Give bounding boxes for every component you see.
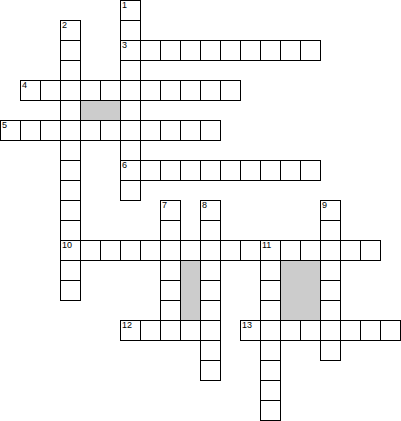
grid-cell[interactable] [260, 320, 281, 341]
grid-cell[interactable] [360, 240, 381, 261]
grid-cell[interactable] [60, 80, 81, 101]
grid-cell[interactable] [200, 300, 221, 321]
grid-cell[interactable] [140, 120, 161, 141]
grid-cell[interactable] [60, 220, 81, 241]
grid-cell[interactable] [160, 240, 181, 261]
shaded-block [180, 260, 201, 321]
grid-cell[interactable] [120, 0, 141, 21]
grid-cell[interactable] [200, 220, 221, 241]
grid-cell[interactable] [40, 80, 61, 101]
grid-cell[interactable] [60, 260, 81, 281]
grid-cell[interactable] [180, 240, 201, 261]
grid-cell[interactable] [240, 240, 261, 261]
grid-cell[interactable] [80, 80, 101, 101]
grid-cell[interactable] [20, 80, 41, 101]
grid-cell[interactable] [160, 300, 181, 321]
grid-cell[interactable] [160, 40, 181, 61]
grid-cell[interactable] [200, 260, 221, 281]
grid-cell[interactable] [40, 120, 61, 141]
shaded-block [280, 260, 321, 321]
grid-cell[interactable] [200, 360, 221, 381]
grid-cell[interactable] [200, 240, 221, 261]
grid-cell[interactable] [60, 200, 81, 221]
grid-cell[interactable] [200, 340, 221, 361]
grid-cell[interactable] [220, 240, 241, 261]
grid-cell[interactable] [200, 320, 221, 341]
grid-cell[interactable] [120, 160, 141, 181]
grid-cell[interactable] [240, 320, 261, 341]
grid-cell[interactable] [300, 240, 321, 261]
grid-cell[interactable] [300, 40, 321, 61]
grid-cell[interactable] [260, 160, 281, 181]
grid-cell[interactable] [20, 120, 41, 141]
grid-cell[interactable] [280, 40, 301, 61]
grid-cell[interactable] [200, 200, 221, 221]
grid-cell[interactable] [160, 260, 181, 281]
grid-cell[interactable] [160, 220, 181, 241]
grid-cell[interactable] [80, 240, 101, 261]
grid-cell[interactable] [120, 120, 141, 141]
grid-cell[interactable] [380, 320, 401, 341]
grid-cell[interactable] [120, 100, 141, 121]
grid-cell[interactable] [220, 40, 241, 61]
grid-cell[interactable] [300, 160, 321, 181]
grid-cell[interactable] [300, 320, 321, 341]
grid-cell[interactable] [140, 160, 161, 181]
grid-cell[interactable] [160, 120, 181, 141]
grid-cell[interactable] [200, 160, 221, 181]
grid-cell[interactable] [240, 160, 261, 181]
grid-cell[interactable] [260, 400, 281, 421]
grid-cell[interactable] [180, 120, 201, 141]
shaded-block [80, 100, 121, 121]
grid-cell[interactable] [180, 40, 201, 61]
grid-cell[interactable] [60, 280, 81, 301]
grid-cell[interactable] [200, 280, 221, 301]
grid-cell[interactable] [320, 280, 341, 301]
grid-cell[interactable] [260, 40, 281, 61]
grid-cell[interactable] [160, 280, 181, 301]
grid-cell[interactable] [200, 120, 221, 141]
grid-cell[interactable] [260, 360, 281, 381]
grid-cell[interactable] [260, 380, 281, 401]
grid-cell[interactable] [320, 300, 341, 321]
grid-cell[interactable] [260, 240, 281, 261]
grid-cell[interactable] [100, 120, 121, 141]
grid-cell[interactable] [160, 80, 181, 101]
grid-cell[interactable] [320, 240, 341, 261]
grid-cell[interactable] [320, 260, 341, 281]
grid-cell[interactable] [140, 80, 161, 101]
grid-cell[interactable] [260, 340, 281, 361]
grid-cell[interactable] [120, 320, 141, 341]
grid-cell[interactable] [60, 120, 81, 141]
grid-cell[interactable] [100, 240, 121, 261]
grid-cell[interactable] [120, 180, 141, 201]
grid-cell[interactable] [260, 280, 281, 301]
grid-cell[interactable] [60, 160, 81, 181]
grid-cell[interactable] [0, 120, 21, 141]
grid-cell[interactable] [120, 80, 141, 101]
grid-cell[interactable] [60, 180, 81, 201]
grid-cell[interactable] [220, 160, 241, 181]
grid-cell[interactable] [160, 160, 181, 181]
grid-cell[interactable] [320, 340, 341, 361]
grid-cell[interactable] [240, 40, 261, 61]
grid-cell[interactable] [60, 240, 81, 261]
grid-cell[interactable] [160, 320, 181, 341]
grid-cell[interactable] [120, 140, 141, 161]
grid-cell[interactable] [340, 320, 361, 341]
grid-cell[interactable] [140, 320, 161, 341]
grid-cell[interactable] [60, 100, 81, 121]
grid-cell[interactable] [120, 240, 141, 261]
grid-cell[interactable] [140, 40, 161, 61]
grid-cell[interactable] [180, 80, 201, 101]
grid-cell[interactable] [120, 60, 141, 81]
crossword-grid: 12345678910111213 [0, 0, 401, 421]
grid-cell[interactable] [320, 220, 341, 241]
grid-cell[interactable] [320, 320, 341, 341]
grid-cell[interactable] [160, 200, 181, 221]
grid-cell[interactable] [280, 160, 301, 181]
grid-cell[interactable] [280, 320, 301, 341]
grid-cell[interactable] [280, 240, 301, 261]
grid-cell[interactable] [60, 40, 81, 61]
grid-cell[interactable] [320, 200, 341, 221]
grid-cell[interactable] [180, 320, 201, 341]
grid-cell[interactable] [260, 300, 281, 321]
grid-cell[interactable] [60, 140, 81, 161]
grid-cell[interactable] [260, 260, 281, 281]
grid-cell[interactable] [140, 240, 161, 261]
grid-cell[interactable] [360, 320, 381, 341]
grid-cell[interactable] [340, 240, 361, 261]
grid-cell[interactable] [60, 20, 81, 41]
grid-cell[interactable] [120, 40, 141, 61]
grid-cell[interactable] [200, 80, 221, 101]
grid-cell[interactable] [220, 80, 241, 101]
grid-cell[interactable] [100, 80, 121, 101]
grid-cell[interactable] [180, 160, 201, 181]
grid-cell[interactable] [200, 40, 221, 61]
grid-cell[interactable] [80, 120, 101, 141]
grid-cell[interactable] [120, 20, 141, 41]
grid-cell[interactable] [60, 60, 81, 81]
